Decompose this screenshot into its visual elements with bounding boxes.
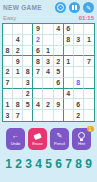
cell-r6c3[interactable]: 3 (23, 78, 33, 89)
cell-r2c1[interactable] (3, 35, 13, 46)
cell-r3c5[interactable]: 1 (43, 46, 53, 57)
cell-r1c1[interactable] (3, 24, 13, 35)
timer: 01:15 (79, 15, 94, 21)
pause-button[interactable] (69, 2, 80, 13)
numpad-6[interactable]: 6 (54, 157, 63, 171)
cell-r5c6[interactable]: 5 (54, 67, 64, 78)
cell-r4c5[interactable]: 3 (43, 56, 53, 67)
toolbar: ← Undo Erase ✎ Pencil 1 Hint (0, 128, 97, 150)
cell-r2c7[interactable]: 8 (64, 35, 74, 46)
cell-r6c4[interactable] (33, 78, 43, 89)
cell-r1c2[interactable] (13, 24, 23, 35)
cell-r1c7[interactable]: 6 (64, 24, 74, 35)
difficulty-label: Easy (3, 15, 16, 21)
cell-r6c8[interactable]: 8 (74, 78, 84, 89)
cell-r8c1[interactable]: 1 (3, 99, 13, 110)
cell-r8c9[interactable] (84, 99, 94, 110)
gear-icon (57, 4, 64, 11)
cell-r7c5[interactable] (43, 89, 53, 100)
number-pad: 123456789 (0, 157, 97, 171)
cell-r7c6[interactable] (54, 89, 64, 100)
sudoku-board: 9464283182619832172187457368241854296372 (2, 23, 95, 122)
pencil-icon: ✎ (86, 5, 91, 11)
cell-r9c1[interactable]: 3 (3, 110, 13, 121)
cell-r8c7[interactable] (64, 99, 74, 110)
cell-r8c3[interactable]: 5 (23, 99, 33, 110)
cell-r8c8[interactable]: 6 (74, 99, 84, 110)
cell-r3c7[interactable] (64, 46, 74, 57)
cell-r5c7[interactable] (64, 67, 74, 78)
cell-r9c7[interactable] (64, 110, 74, 121)
undo-arrow-icon: ← (12, 132, 19, 140)
cell-r4c3[interactable] (23, 56, 33, 67)
lightbulb-icon (78, 132, 85, 140)
cell-r4c4[interactable]: 8 (33, 56, 43, 67)
cell-r6c6[interactable]: 6 (54, 78, 64, 89)
cell-r1c5[interactable] (43, 24, 53, 35)
cell-r5c5[interactable]: 4 (43, 67, 53, 78)
cell-r4c6[interactable]: 2 (54, 56, 64, 67)
cell-r6c1[interactable]: 7 (3, 78, 13, 89)
cell-r7c8[interactable] (74, 89, 84, 100)
numpad-9[interactable]: 9 (84, 157, 93, 171)
cell-r9c8[interactable]: 2 (74, 110, 84, 121)
pencil-button[interactable]: ✎ Pencil (50, 128, 69, 150)
erase-label: Erase (32, 142, 42, 146)
cell-r4c7[interactable]: 1 (64, 56, 74, 67)
cell-r3c1[interactable]: 8 (3, 46, 13, 57)
undo-button[interactable]: ← Undo (6, 128, 25, 150)
pencil-icon: ✎ (57, 132, 63, 140)
hint-label: Hint (78, 142, 85, 146)
cell-r1c6[interactable]: 4 (54, 24, 64, 35)
cell-r3c6[interactable] (54, 46, 64, 57)
cell-r9c5[interactable] (43, 110, 53, 121)
cell-r6c9[interactable] (84, 78, 94, 89)
status-row: Easy 01:15 (0, 13, 97, 23)
cell-r2c3[interactable] (23, 35, 33, 46)
cell-r5c1[interactable]: 2 (3, 67, 13, 78)
numpad-1[interactable]: 1 (4, 157, 13, 171)
cell-r5c8[interactable] (74, 67, 84, 78)
cell-r4c9[interactable]: 7 (84, 56, 94, 67)
cell-r8c6[interactable]: 9 (54, 99, 64, 110)
numpad-2[interactable]: 2 (14, 157, 23, 171)
numpad-5[interactable]: 5 (44, 157, 53, 171)
cell-r4c2[interactable]: 9 (13, 56, 23, 67)
cell-r3c8[interactable] (74, 46, 84, 57)
cell-r5c4[interactable]: 7 (33, 67, 43, 78)
cell-r1c4[interactable]: 9 (33, 24, 43, 35)
cell-r7c7[interactable]: 4 (64, 89, 74, 100)
cell-r5c2[interactable]: 1 (13, 67, 23, 78)
numpad-4[interactable]: 4 (34, 157, 43, 171)
cell-r7c3[interactable]: 2 (23, 89, 33, 100)
cell-r7c1[interactable] (3, 89, 13, 100)
header-buttons: ✎ (55, 2, 94, 13)
cell-r2c2[interactable]: 4 (13, 35, 23, 46)
cell-r8c2[interactable]: 8 (13, 99, 23, 110)
numpad-7[interactable]: 7 (64, 157, 73, 171)
cell-r2c5[interactable] (43, 35, 53, 46)
hint-count-badge: 1 (87, 126, 94, 132)
settings-button[interactable] (55, 2, 66, 13)
cell-r2c8[interactable]: 3 (74, 35, 84, 46)
cell-r1c9[interactable] (84, 24, 94, 35)
page-title: NEW GAME (3, 4, 42, 11)
cell-r2c6[interactable] (54, 35, 64, 46)
cell-r3c3[interactable] (23, 46, 33, 57)
hint-button[interactable]: 1 Hint (72, 128, 91, 150)
cell-r9c4[interactable] (33, 110, 43, 121)
eraser-icon (34, 132, 41, 140)
cell-r1c3[interactable] (23, 24, 33, 35)
pause-icon (72, 5, 77, 10)
numpad-8[interactable]: 8 (74, 157, 83, 171)
cell-r9c3[interactable] (23, 110, 33, 121)
cell-r6c7[interactable] (64, 78, 74, 89)
erase-button[interactable]: Erase (28, 128, 47, 150)
cell-r4c1[interactable] (3, 56, 13, 67)
edit-button[interactable]: ✎ (83, 2, 94, 13)
cell-r3c4[interactable]: 6 (33, 46, 43, 57)
undo-label: Undo (11, 142, 21, 146)
cell-r6c2[interactable] (13, 78, 23, 89)
cell-r4c8[interactable] (74, 56, 84, 67)
cell-r9c9[interactable] (84, 110, 94, 121)
cell-r7c4[interactable] (33, 89, 43, 100)
cell-r7c2[interactable] (13, 89, 23, 100)
cell-r7c9[interactable] (84, 89, 94, 100)
cell-r9c6[interactable] (54, 110, 64, 121)
cell-r9c2[interactable]: 7 (13, 110, 23, 121)
cell-r5c3[interactable]: 8 (23, 67, 33, 78)
cell-r8c5[interactable]: 2 (43, 99, 53, 110)
cell-r2c9[interactable]: 1 (84, 35, 94, 46)
header: NEW GAME ✎ (0, 0, 97, 13)
cell-r5c9[interactable] (84, 67, 94, 78)
cell-r8c4[interactable]: 4 (33, 99, 43, 110)
numpad-3[interactable]: 3 (24, 157, 33, 171)
cell-r1c8[interactable] (74, 24, 84, 35)
cell-r3c2[interactable]: 2 (13, 46, 23, 57)
pencil-label: Pencil (54, 142, 65, 146)
cell-r6c5[interactable] (43, 78, 53, 89)
cell-r3c9[interactable] (84, 46, 94, 57)
cell-r2c4[interactable]: 2 (33, 35, 43, 46)
